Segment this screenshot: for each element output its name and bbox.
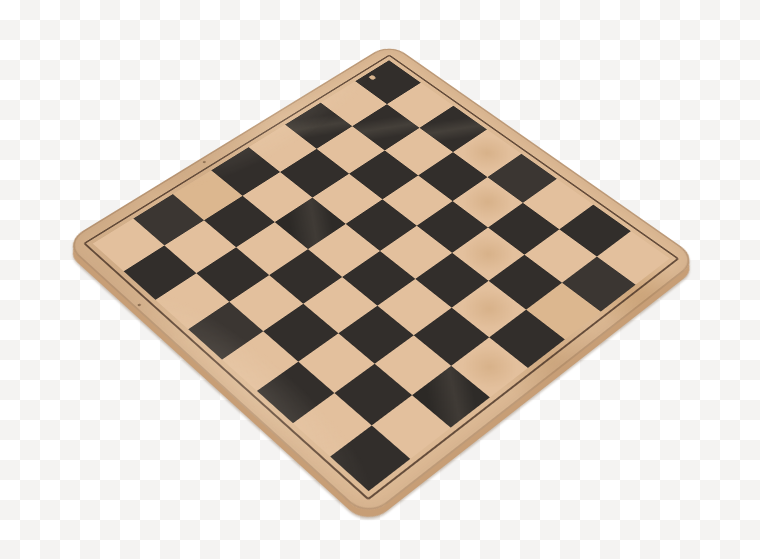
background — [0, 0, 760, 559]
board-frame — [63, 43, 699, 520]
wood-speck — [137, 303, 141, 306]
chip-mark — [369, 75, 377, 81]
board — [155, 26, 605, 476]
board-grid — [93, 60, 670, 491]
wood-speck — [202, 161, 206, 164]
